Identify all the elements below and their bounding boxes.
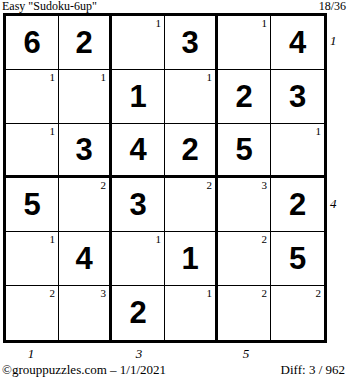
cell-value: 3 (112, 178, 164, 231)
cell-value (59, 286, 109, 340)
row-label-1: 1 (330, 33, 337, 49)
cell-value (165, 70, 215, 123)
cell-r3c5: 5 (218, 124, 271, 178)
cell-r2c3: 1 (112, 70, 165, 124)
cell-value: 4 (59, 232, 109, 285)
cell-value: 2 (165, 124, 215, 175)
cell-value (59, 178, 109, 231)
cell-r6c6[interactable]: 2 (271, 286, 324, 340)
cell-r1c4: 3 (165, 16, 218, 70)
given-count: 18/36 (319, 0, 346, 14)
cell-value (6, 124, 58, 175)
cell-r4c5[interactable]: 3 (218, 178, 271, 232)
cell-r1c2: 2 (59, 16, 112, 70)
cell-r6c2[interactable]: 3 (59, 286, 112, 340)
cell-r1c3[interactable]: 1 (112, 16, 165, 70)
cell-value: 3 (59, 124, 109, 175)
row-label-4: 4 (330, 196, 337, 212)
page-title: Easy "Sudoku-6up" (2, 0, 97, 14)
cell-r2c1[interactable]: 1 (6, 70, 59, 124)
cell-r6c4[interactable]: 1 (165, 286, 218, 340)
cell-value: 5 (218, 124, 270, 175)
cell-r4c3: 3 (112, 178, 165, 232)
cell-value: 3 (165, 16, 215, 69)
cell-r1c5[interactable]: 1 (218, 16, 271, 70)
cell-value (165, 286, 215, 340)
cell-value: 4 (112, 124, 164, 175)
cell-r5c6: 5 (271, 232, 324, 286)
col-label-1: 1 (28, 346, 35, 362)
cell-value: 4 (271, 16, 324, 69)
sudoku-board: 621314111123134251523232141125232122 (3, 13, 327, 343)
cell-value (218, 16, 270, 69)
cell-value: 6 (6, 16, 58, 69)
cell-r3c4: 2 (165, 124, 218, 178)
cell-value (6, 286, 58, 340)
cell-value (271, 286, 324, 340)
cell-value (218, 178, 270, 231)
cell-value (6, 232, 58, 285)
cell-r2c5: 2 (218, 70, 271, 124)
cell-r5c1[interactable]: 1 (6, 232, 59, 286)
cell-value: 2 (218, 70, 270, 123)
cell-value: 2 (59, 16, 109, 69)
cell-r6c5[interactable]: 2 (218, 286, 271, 340)
cell-r1c1: 6 (6, 16, 59, 70)
copyright-date: ©grouppuzzles.com – 1/1/2021 (2, 362, 166, 378)
cell-r6c1[interactable]: 2 (6, 286, 59, 340)
cell-r5c2: 4 (59, 232, 112, 286)
cell-value: 2 (112, 286, 164, 340)
cell-r5c5[interactable]: 2 (218, 232, 271, 286)
cell-r5c3[interactable]: 1 (112, 232, 165, 286)
cell-value (112, 16, 164, 69)
cell-value (165, 178, 215, 231)
cell-r3c1[interactable]: 1 (6, 124, 59, 178)
cell-value: 2 (271, 178, 324, 231)
cell-value (271, 124, 324, 175)
cell-r3c3: 4 (112, 124, 165, 178)
cell-value: 1 (112, 70, 164, 123)
cell-r2c6: 3 (271, 70, 324, 124)
puzzle-page: Easy "Sudoku-6up" 18/36 6213141111231342… (0, 0, 347, 381)
cell-r4c1: 5 (6, 178, 59, 232)
cell-value: 1 (165, 232, 215, 285)
cell-value (218, 286, 270, 340)
cell-value: 5 (271, 232, 324, 285)
cell-r2c4[interactable]: 1 (165, 70, 218, 124)
cell-value: 3 (271, 70, 324, 123)
difficulty: Diff: 3 / 962 (281, 362, 345, 378)
cell-value (6, 70, 58, 123)
col-label-3: 3 (136, 346, 143, 362)
cell-r4c6: 2 (271, 178, 324, 232)
cell-r4c4[interactable]: 2 (165, 178, 218, 232)
cell-r6c3: 2 (112, 286, 165, 340)
cell-r2c2[interactable]: 1 (59, 70, 112, 124)
col-label-5: 5 (243, 346, 250, 362)
cell-r4c2[interactable]: 2 (59, 178, 112, 232)
cell-value (59, 70, 109, 123)
cell-r3c2: 3 (59, 124, 112, 178)
cell-r3c6[interactable]: 1 (271, 124, 324, 178)
cell-r5c4: 1 (165, 232, 218, 286)
cell-value (218, 232, 270, 285)
cell-value (112, 232, 164, 285)
cell-r1c6: 4 (271, 16, 324, 70)
cell-value: 5 (6, 178, 58, 231)
